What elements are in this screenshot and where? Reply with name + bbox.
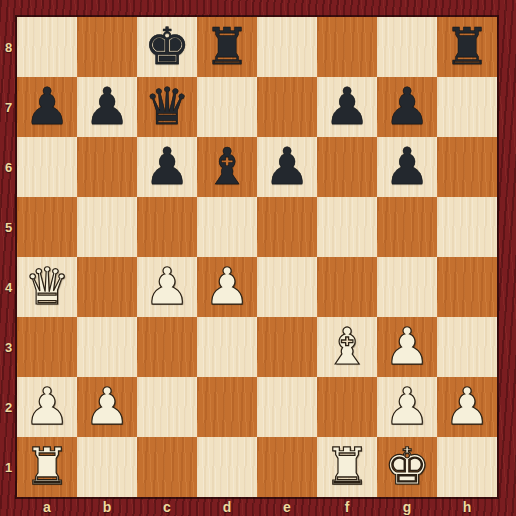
piece-black-pawn-b7[interactable]: ♟	[84, 77, 130, 137]
piece-white-pawn-a2[interactable]: ♟	[24, 377, 70, 437]
square-c5[interactable]	[137, 197, 197, 257]
piece-white-pawn-d4[interactable]: ♟	[204, 257, 250, 317]
square-h1[interactable]	[437, 437, 497, 497]
square-e3[interactable]	[257, 317, 317, 377]
piece-white-bishop-f3[interactable]: ♝	[324, 317, 370, 377]
square-b4[interactable]	[77, 257, 137, 317]
square-f8[interactable]	[317, 17, 377, 77]
square-a5[interactable]	[17, 197, 77, 257]
file-label-g: g	[377, 497, 437, 516]
piece-white-pawn-c4[interactable]: ♟	[144, 257, 190, 317]
square-f5[interactable]	[317, 197, 377, 257]
square-f3[interactable]: ♝	[317, 317, 377, 377]
square-g3[interactable]: ♟	[377, 317, 437, 377]
file-label-d: d	[197, 497, 257, 516]
square-c6[interactable]: ♟	[137, 137, 197, 197]
square-g1[interactable]: ♚	[377, 437, 437, 497]
piece-white-rook-a1[interactable]: ♜	[24, 437, 70, 497]
board-frame: 87654321 abcdefgh ♚♜♜♟♟♛♟♟♟♝♟♟♛♟♟♝♟♟♟♟♟♜…	[0, 0, 516, 516]
square-f4[interactable]	[317, 257, 377, 317]
rank-labels: 87654321	[0, 17, 17, 497]
file-labels: abcdefgh	[17, 497, 497, 516]
square-g2[interactable]: ♟	[377, 377, 437, 437]
rank-label-4: 4	[0, 257, 17, 317]
chess-board: ♚♜♜♟♟♛♟♟♟♝♟♟♛♟♟♝♟♟♟♟♟♜♜♚	[17, 17, 497, 497]
piece-black-pawn-g7[interactable]: ♟	[384, 77, 430, 137]
square-g8[interactable]	[377, 17, 437, 77]
file-label-h: h	[437, 497, 497, 516]
square-b3[interactable]	[77, 317, 137, 377]
piece-black-pawn-f7[interactable]: ♟	[324, 77, 370, 137]
square-h2[interactable]: ♟	[437, 377, 497, 437]
square-e2[interactable]	[257, 377, 317, 437]
square-a1[interactable]: ♜	[17, 437, 77, 497]
square-f1[interactable]: ♜	[317, 437, 377, 497]
square-c1[interactable]	[137, 437, 197, 497]
piece-black-king-c8[interactable]: ♚	[144, 17, 190, 77]
square-a2[interactable]: ♟	[17, 377, 77, 437]
piece-black-pawn-g6[interactable]: ♟	[384, 137, 430, 197]
square-f2[interactable]	[317, 377, 377, 437]
square-a4[interactable]: ♛	[17, 257, 77, 317]
square-h8[interactable]: ♜	[437, 17, 497, 77]
file-label-e: e	[257, 497, 317, 516]
square-a8[interactable]	[17, 17, 77, 77]
square-e4[interactable]	[257, 257, 317, 317]
square-h4[interactable]	[437, 257, 497, 317]
piece-white-pawn-h2[interactable]: ♟	[444, 377, 490, 437]
square-d3[interactable]	[197, 317, 257, 377]
square-b2[interactable]: ♟	[77, 377, 137, 437]
piece-white-rook-f1[interactable]: ♜	[324, 437, 370, 497]
square-b5[interactable]	[77, 197, 137, 257]
piece-black-pawn-e6[interactable]: ♟	[264, 137, 310, 197]
square-a7[interactable]: ♟	[17, 77, 77, 137]
piece-white-pawn-b2[interactable]: ♟	[84, 377, 130, 437]
square-e6[interactable]: ♟	[257, 137, 317, 197]
rank-label-8: 8	[0, 17, 17, 77]
piece-white-pawn-g2[interactable]: ♟	[384, 377, 430, 437]
piece-black-queen-c7[interactable]: ♛	[144, 77, 190, 137]
piece-black-pawn-c6[interactable]: ♟	[144, 137, 190, 197]
square-d5[interactable]	[197, 197, 257, 257]
piece-black-rook-h8[interactable]: ♜	[444, 17, 490, 77]
rank-label-1: 1	[0, 437, 17, 497]
square-d1[interactable]	[197, 437, 257, 497]
rank-label-5: 5	[0, 197, 17, 257]
square-g7[interactable]: ♟	[377, 77, 437, 137]
piece-white-queen-a4[interactable]: ♛	[24, 257, 70, 317]
square-e1[interactable]	[257, 437, 317, 497]
square-g4[interactable]	[377, 257, 437, 317]
file-label-f: f	[317, 497, 377, 516]
square-g5[interactable]	[377, 197, 437, 257]
square-f7[interactable]: ♟	[317, 77, 377, 137]
square-c3[interactable]	[137, 317, 197, 377]
square-c8[interactable]: ♚	[137, 17, 197, 77]
square-a3[interactable]	[17, 317, 77, 377]
piece-white-pawn-g3[interactable]: ♟	[384, 317, 430, 377]
square-c7[interactable]: ♛	[137, 77, 197, 137]
square-e8[interactable]	[257, 17, 317, 77]
square-h6[interactable]	[437, 137, 497, 197]
square-b6[interactable]	[77, 137, 137, 197]
square-d6[interactable]: ♝	[197, 137, 257, 197]
rank-label-2: 2	[0, 377, 17, 437]
square-c4[interactable]: ♟	[137, 257, 197, 317]
piece-black-pawn-a7[interactable]: ♟	[24, 77, 70, 137]
rank-label-7: 7	[0, 77, 17, 137]
square-b7[interactable]: ♟	[77, 77, 137, 137]
rank-label-6: 6	[0, 137, 17, 197]
square-h7[interactable]	[437, 77, 497, 137]
square-h5[interactable]	[437, 197, 497, 257]
square-h3[interactable]	[437, 317, 497, 377]
piece-white-king-g1[interactable]: ♚	[384, 437, 430, 497]
file-label-a: a	[17, 497, 77, 516]
square-e7[interactable]	[257, 77, 317, 137]
file-label-b: b	[77, 497, 137, 516]
piece-black-bishop-d6[interactable]: ♝	[204, 137, 250, 197]
rank-label-3: 3	[0, 317, 17, 377]
square-b8[interactable]	[77, 17, 137, 77]
square-d8[interactable]: ♜	[197, 17, 257, 77]
square-d4[interactable]: ♟	[197, 257, 257, 317]
square-e5[interactable]	[257, 197, 317, 257]
square-a6[interactable]	[17, 137, 77, 197]
square-g6[interactable]: ♟	[377, 137, 437, 197]
file-label-c: c	[137, 497, 197, 516]
square-d2[interactable]	[197, 377, 257, 437]
square-f6[interactable]	[317, 137, 377, 197]
square-b1[interactable]	[77, 437, 137, 497]
square-c2[interactable]	[137, 377, 197, 437]
square-d7[interactable]	[197, 77, 257, 137]
piece-black-rook-d8[interactable]: ♜	[204, 17, 250, 77]
